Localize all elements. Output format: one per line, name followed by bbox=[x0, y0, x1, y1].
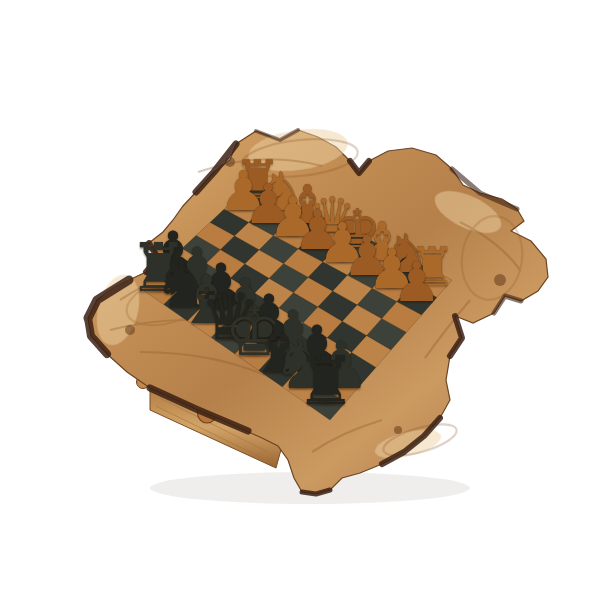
product-photo: ♜♞♟♝♟♛♟♚♟♝♟♞♟♟♜♟♜♟♟♞♟♝♟♛♟♚♟♟♝♟♞♜ bbox=[0, 0, 600, 600]
olive-wood-table bbox=[0, 0, 600, 600]
